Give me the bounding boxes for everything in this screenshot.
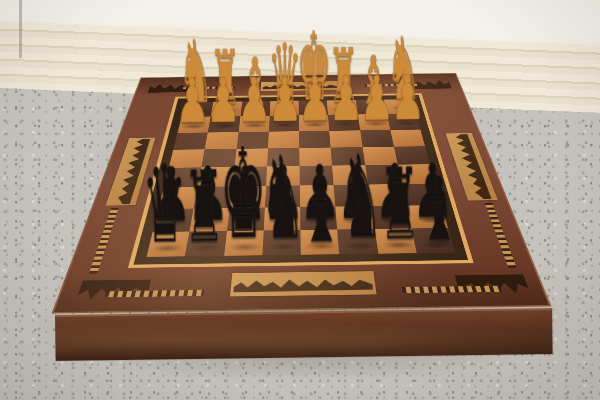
piece-black-queen[interactable]: ♛ xyxy=(142,149,188,258)
piece-anchor: ♝ xyxy=(302,231,342,257)
banded-inlay-strip xyxy=(402,286,503,294)
piece-anchor: ♟ xyxy=(300,115,331,131)
corner-inlay xyxy=(76,280,152,302)
scene: ♞♜♝♛♚♜♝♞♟♟♟♟♟♟♟♟♟♟♟♟♟♟♟♟♛♜♚♞♝♞♜♝ xyxy=(0,0,600,400)
banded-inlay-strip xyxy=(485,203,517,268)
pieces-layer: ♞♜♝♛♚♜♝♞♟♟♟♟♟♟♟♟♟♟♟♟♟♟♟♟♛♜♚♞♝♞♜♝ xyxy=(146,99,455,257)
playing-field: ♞♜♝♛♚♜♝♞♟♟♟♟♟♟♟♟♟♟♟♟♟♟♟♟♛♜♚♞♝♞♜♝ xyxy=(146,99,455,257)
piece-black-knight[interactable]: ♞ xyxy=(337,139,384,255)
perspective-container: ♞♜♝♛♚♜♝♞♟♟♟♟♟♟♟♟♟♟♟♟♟♟♟♟♛♜♚♞♝♞♜♝ xyxy=(0,0,600,400)
piece-anchor: ♜ xyxy=(377,230,420,256)
piece-white-pawn[interactable]: ♟ xyxy=(390,67,425,129)
piece-white-pawn[interactable]: ♟ xyxy=(359,67,394,129)
piece-anchor: ♚ xyxy=(224,232,264,258)
piece-black-bishop[interactable]: ♝ xyxy=(300,167,342,255)
piece-anchor: ♞ xyxy=(340,231,381,257)
piece-black-bishop[interactable]: ♝ xyxy=(418,166,460,254)
box-front-face xyxy=(55,308,553,361)
piece-anchor: ♝ xyxy=(415,230,460,256)
piece-anchor: ♞ xyxy=(263,232,302,258)
piece-anchor: ♟ xyxy=(360,114,393,130)
piece-anchor: ♛ xyxy=(146,233,190,259)
marquetry-silhouette xyxy=(233,273,373,294)
piece-black-knight[interactable]: ♞ xyxy=(259,140,306,256)
piece-white-pawn[interactable]: ♟ xyxy=(328,68,363,130)
marquetry-panel-near xyxy=(230,271,377,296)
banded-inlay-strip xyxy=(104,290,204,298)
piece-anchor: ♟ xyxy=(389,114,423,130)
banded-inlay-strip xyxy=(89,208,119,274)
box-front-wear xyxy=(55,310,553,361)
piece-black-rook[interactable]: ♜ xyxy=(379,155,421,254)
chessboard-box-top: ♞♜♝♛♚♜♝♞♟♟♟♟♟♟♟♟♟♟♟♟♟♟♟♟♛♜♚♞♝♞♜♝ xyxy=(52,73,552,313)
